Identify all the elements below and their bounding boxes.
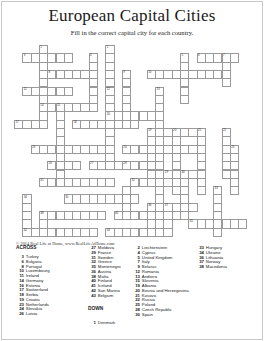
clue-number-40: 40 [115,212,118,215]
clue-number-36: 36 [148,204,151,207]
clue-number-37: 37 [165,204,168,207]
grid-cell-r17c22[interactable] [197,186,206,195]
grid-cell-r16c11[interactable] [105,178,114,187]
clue-item-26: 26Latvia [16,312,50,317]
clue-number-7: 7 [223,54,225,57]
grid-cell-r7c9[interactable] [89,103,98,112]
grid-cell-r20c10[interactable] [97,211,106,220]
clue-column-4: 33Hungary34Ukraine36Lithuania37Norway38M… [196,246,227,270]
grid-cell-r19c21[interactable] [188,203,197,212]
clue-number-9: 9 [123,71,125,74]
grid-cell-r22c24[interactable] [213,228,222,237]
clue-number: 26 [16,312,24,317]
clue-column-3: 2Liechtenstein4Cyprus5United Kingdom7Ita… [132,246,189,317]
clue-number-18: 18 [73,121,76,124]
clue-number-26: 26 [49,162,52,165]
clue-number-3: 3 [24,54,26,57]
across-header: ACROSS [16,246,50,251]
clue-number-41: 41 [190,220,193,223]
grid-cell-r22c18[interactable] [163,228,172,237]
clue-item-38: 38Macedonia [196,265,227,270]
clue-number-27: 27 [90,162,93,165]
clue-number-10: 10 [148,71,151,74]
down-header: DOWN [88,307,121,312]
clue-number: 43 [88,294,96,299]
clue-number: 30 [132,313,140,318]
clue-number-2: 2 [107,46,109,49]
clue-number-5: 5 [181,54,183,57]
clue-country: Macedonia [206,265,227,270]
grid-cell-r18c14[interactable] [130,194,139,203]
clue-country: Latvia [26,312,37,317]
grid-cell-r1c6[interactable] [64,53,73,62]
grid-cell-r6c20[interactable] [180,95,189,104]
clue-number-34: 34 [24,196,27,199]
clue-number-38: 38 [40,212,43,215]
clue-number-33: 33 [215,187,218,190]
clue-number-6: 6 [198,54,200,57]
clue-number-25: 25 [231,146,234,149]
grid-cell-r14c7[interactable] [72,161,81,170]
grid-cell-r22c9[interactable] [89,228,98,237]
clue-number-31: 31 [40,179,43,182]
grid-cell-r9c3[interactable] [39,120,48,129]
clue-number-22: 22 [223,129,226,132]
clue-number-23: 23 [32,146,35,149]
clue-number-21: 21 [198,129,201,132]
clue-number-1: 1 [40,46,42,49]
clue-number-16: 16 [107,113,110,116]
clue-column-2: 27Moldova29France31Sweden32Greece35Monte… [88,246,121,325]
clue-country: Spain [142,313,153,318]
clue-number-20: 20 [173,129,176,132]
clue-number-42: 42 [24,229,27,232]
clue-number-11: 11 [24,88,27,91]
worksheet-page: European Capital Cities Fill in the corr… [0,0,264,341]
clue-number-14: 14 [40,104,43,107]
grid-cell-r4c25[interactable] [222,78,231,87]
clue-number-30: 30 [181,171,184,174]
grid-cell-r5c6[interactable] [64,87,73,96]
grid-cell-r9c14[interactable] [130,120,139,129]
clue-number-13: 13 [156,88,159,91]
clue-number: 1 [88,321,96,326]
clue-number-24: 24 [123,146,126,149]
clue-number-32: 32 [132,179,135,182]
clue-number-17: 17 [15,121,18,124]
clue-number-8: 8 [49,71,51,74]
clue-country: Belgium [98,294,114,299]
clue-number-19: 19 [148,129,151,132]
clue-number-4: 4 [90,54,92,57]
clue-item-30: 30Spain [132,313,189,318]
grid-cell-r1c26[interactable] [230,53,239,62]
clue-item-1: 1Denmark [88,321,121,326]
clue-country: Denmark [98,321,115,326]
clue-number-28: 28 [123,162,126,165]
clue-number-15: 15 [57,104,60,107]
clue-number-29: 29 [165,171,168,174]
clue-column-1: ACROSS3Turkey6Bulgaria8Portugal10Luxembo… [16,246,50,317]
clue-number-43: 43 [107,229,110,232]
grid-cell-r21c27[interactable] [238,219,247,228]
clue-number-12: 12 [107,88,110,91]
clue-number-35: 35 [65,196,68,199]
grid-cell-r17c26[interactable] [230,186,239,195]
clue-number: 38 [196,265,204,270]
